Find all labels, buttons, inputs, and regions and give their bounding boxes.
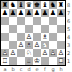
white-queen-icon: ♛♕ bbox=[25, 57, 33, 65]
white-knight-icon: ♞♘ bbox=[41, 41, 49, 49]
black-pawn-icon: ♟ bbox=[41, 9, 49, 17]
square-g1[interactable] bbox=[49, 57, 57, 65]
file-label-d: d bbox=[25, 66, 33, 72]
square-d6[interactable] bbox=[25, 17, 33, 25]
square-d1[interactable]: ♛♕ bbox=[25, 57, 33, 65]
white-rook-icon: ♜♖ bbox=[1, 57, 9, 65]
square-f1[interactable] bbox=[41, 57, 49, 65]
square-f6[interactable] bbox=[41, 17, 49, 25]
white-pawn-icon: ♟♙ bbox=[9, 49, 17, 57]
black-bishop-icon: ♝ bbox=[41, 1, 49, 9]
square-g8[interactable]: ♞ bbox=[49, 1, 57, 9]
square-g2[interactable]: ♟♙ bbox=[49, 49, 57, 57]
square-f4[interactable]: ♝♗ bbox=[41, 33, 49, 41]
square-h7[interactable]: ♟ bbox=[57, 9, 65, 17]
black-pawn-icon: ♟ bbox=[1, 9, 9, 17]
square-g6[interactable] bbox=[49, 17, 57, 25]
black-pawn-icon: ♟ bbox=[9, 9, 17, 17]
square-g3[interactable] bbox=[49, 41, 57, 49]
black-knight-icon: ♞ bbox=[9, 1, 17, 9]
file-label-e: e bbox=[33, 66, 41, 72]
square-h4[interactable] bbox=[57, 33, 65, 41]
square-e5[interactable] bbox=[33, 25, 41, 33]
black-knight-icon: ♞ bbox=[49, 1, 57, 9]
square-e3[interactable]: ♟♙ bbox=[33, 41, 41, 49]
white-pawn-icon: ♟♙ bbox=[17, 41, 25, 49]
chess-diagram: ♜♞♝♛♚♝♞♜♟♟♟♟♟♟♟♟♟♙♝♗♟♙♝♗♟♙♞♘♟♙♟♙♞♘♟♙♟♙♟♙… bbox=[0, 0, 72, 72]
file-label-c: c bbox=[17, 66, 25, 72]
square-a4[interactable] bbox=[1, 33, 9, 41]
white-pawn-icon: ♟♙ bbox=[49, 49, 57, 57]
square-d7[interactable]: ♟ bbox=[25, 9, 33, 17]
square-a7[interactable]: ♟ bbox=[1, 9, 9, 17]
black-bishop-icon: ♝ bbox=[17, 1, 25, 9]
file-label-b: b bbox=[9, 66, 17, 72]
white-pawn-icon: ♟♙ bbox=[33, 41, 41, 49]
black-pawn-icon: ♟ bbox=[25, 9, 33, 17]
white-king-icon: ♚♔ bbox=[33, 57, 41, 65]
white-rook-icon: ♜♖ bbox=[57, 57, 65, 65]
white-knight-icon: ♞♘ bbox=[25, 49, 33, 57]
square-e1[interactable]: ♚♔ bbox=[33, 57, 41, 65]
square-g4[interactable] bbox=[49, 33, 57, 41]
square-e8[interactable]: ♚ bbox=[33, 1, 41, 9]
square-h3[interactable] bbox=[57, 41, 65, 49]
square-e4[interactable] bbox=[33, 33, 41, 41]
black-pawn-icon: ♟ bbox=[49, 9, 57, 17]
white-pawn-icon: ♟♙ bbox=[41, 49, 49, 57]
square-a5[interactable] bbox=[1, 25, 9, 33]
file-label-g: g bbox=[49, 66, 57, 72]
square-b3[interactable] bbox=[9, 41, 17, 49]
rank-labels: 87654321 bbox=[67, 1, 72, 65]
square-a2[interactable]: ♟♙ bbox=[1, 49, 9, 57]
square-b7[interactable]: ♟ bbox=[9, 9, 17, 17]
rank-label-1: 1 bbox=[67, 57, 72, 65]
rank-label-3: 3 bbox=[67, 41, 72, 49]
square-g7[interactable]: ♟ bbox=[49, 9, 57, 17]
square-f5[interactable] bbox=[41, 25, 49, 33]
square-g5[interactable] bbox=[49, 25, 57, 33]
square-h1[interactable]: ♜♖ bbox=[57, 57, 65, 65]
square-b4[interactable] bbox=[9, 33, 17, 41]
square-a6[interactable] bbox=[1, 17, 9, 25]
square-e2[interactable] bbox=[33, 49, 41, 57]
white-pawn-icon: ♟♙ bbox=[1, 49, 9, 57]
black-rook-icon: ♜ bbox=[57, 1, 65, 9]
white-pawn-icon: ♟♙ bbox=[25, 33, 33, 41]
square-c3[interactable]: ♟♙ bbox=[17, 41, 25, 49]
square-c1[interactable] bbox=[17, 57, 25, 65]
square-b8[interactable]: ♞ bbox=[9, 1, 17, 9]
square-b2[interactable]: ♟♙ bbox=[9, 49, 17, 57]
square-h2[interactable]: ♟♙ bbox=[57, 49, 65, 57]
file-label-a: a bbox=[1, 66, 9, 72]
square-b5[interactable] bbox=[9, 25, 17, 33]
file-label-f: f bbox=[41, 66, 49, 72]
square-e6[interactable] bbox=[33, 17, 41, 25]
white-bishop-icon: ♝♗ bbox=[25, 41, 33, 49]
file-label-h: h bbox=[57, 66, 65, 72]
white-pawn-icon: ♟♙ bbox=[57, 49, 65, 57]
square-d4[interactable]: ♟♙ bbox=[25, 33, 33, 41]
square-f2[interactable]: ♟♙ bbox=[41, 49, 49, 57]
file-labels: abcdefgh bbox=[1, 66, 65, 72]
square-d8[interactable]: ♛ bbox=[25, 1, 33, 9]
square-d5[interactable] bbox=[25, 25, 33, 33]
square-h5[interactable] bbox=[57, 25, 65, 33]
black-queen-icon: ♛ bbox=[25, 1, 33, 9]
white-bishop-icon: ♝♗ bbox=[41, 33, 49, 41]
square-f3[interactable]: ♞♘ bbox=[41, 41, 49, 49]
square-f8[interactable]: ♝ bbox=[41, 1, 49, 9]
square-c7[interactable]: ♟ bbox=[17, 9, 25, 17]
square-h8[interactable]: ♜ bbox=[57, 1, 65, 9]
square-c8[interactable]: ♝ bbox=[17, 1, 25, 9]
black-king-icon: ♚ bbox=[33, 1, 41, 9]
square-h6[interactable] bbox=[57, 17, 65, 25]
black-rook-icon: ♜ bbox=[1, 1, 9, 9]
square-c4[interactable] bbox=[17, 33, 25, 41]
rank-label-2: 2 bbox=[67, 49, 72, 57]
rank-label-7: 7 bbox=[67, 9, 72, 17]
square-c5[interactable] bbox=[17, 25, 25, 33]
square-c2[interactable] bbox=[17, 49, 25, 57]
rank-label-5: 5 bbox=[67, 25, 72, 33]
rank-label-4: 4 bbox=[67, 33, 72, 41]
black-pawn-icon: ♟ bbox=[57, 9, 65, 17]
square-e7[interactable]: ♟ bbox=[33, 9, 41, 17]
rank-label-8: 8 bbox=[67, 1, 72, 9]
black-pawn-icon: ♟ bbox=[33, 9, 41, 17]
square-d3[interactable]: ♝♗ bbox=[25, 41, 33, 49]
black-pawn-icon: ♟ bbox=[17, 9, 25, 17]
square-d2[interactable]: ♞♘ bbox=[25, 49, 33, 57]
square-c6[interactable] bbox=[17, 17, 25, 25]
rank-label-6: 6 bbox=[67, 17, 72, 25]
square-a8[interactable]: ♜ bbox=[1, 1, 9, 9]
square-b1[interactable] bbox=[9, 57, 17, 65]
square-f7[interactable]: ♟ bbox=[41, 9, 49, 17]
square-a3[interactable] bbox=[1, 41, 9, 49]
square-a1[interactable]: ♜♖ bbox=[1, 57, 9, 65]
chess-board: ♜♞♝♛♚♝♞♜♟♟♟♟♟♟♟♟♟♙♝♗♟♙♝♗♟♙♞♘♟♙♟♙♞♘♟♙♟♙♟♙… bbox=[0, 0, 66, 66]
square-b6[interactable] bbox=[9, 17, 17, 25]
